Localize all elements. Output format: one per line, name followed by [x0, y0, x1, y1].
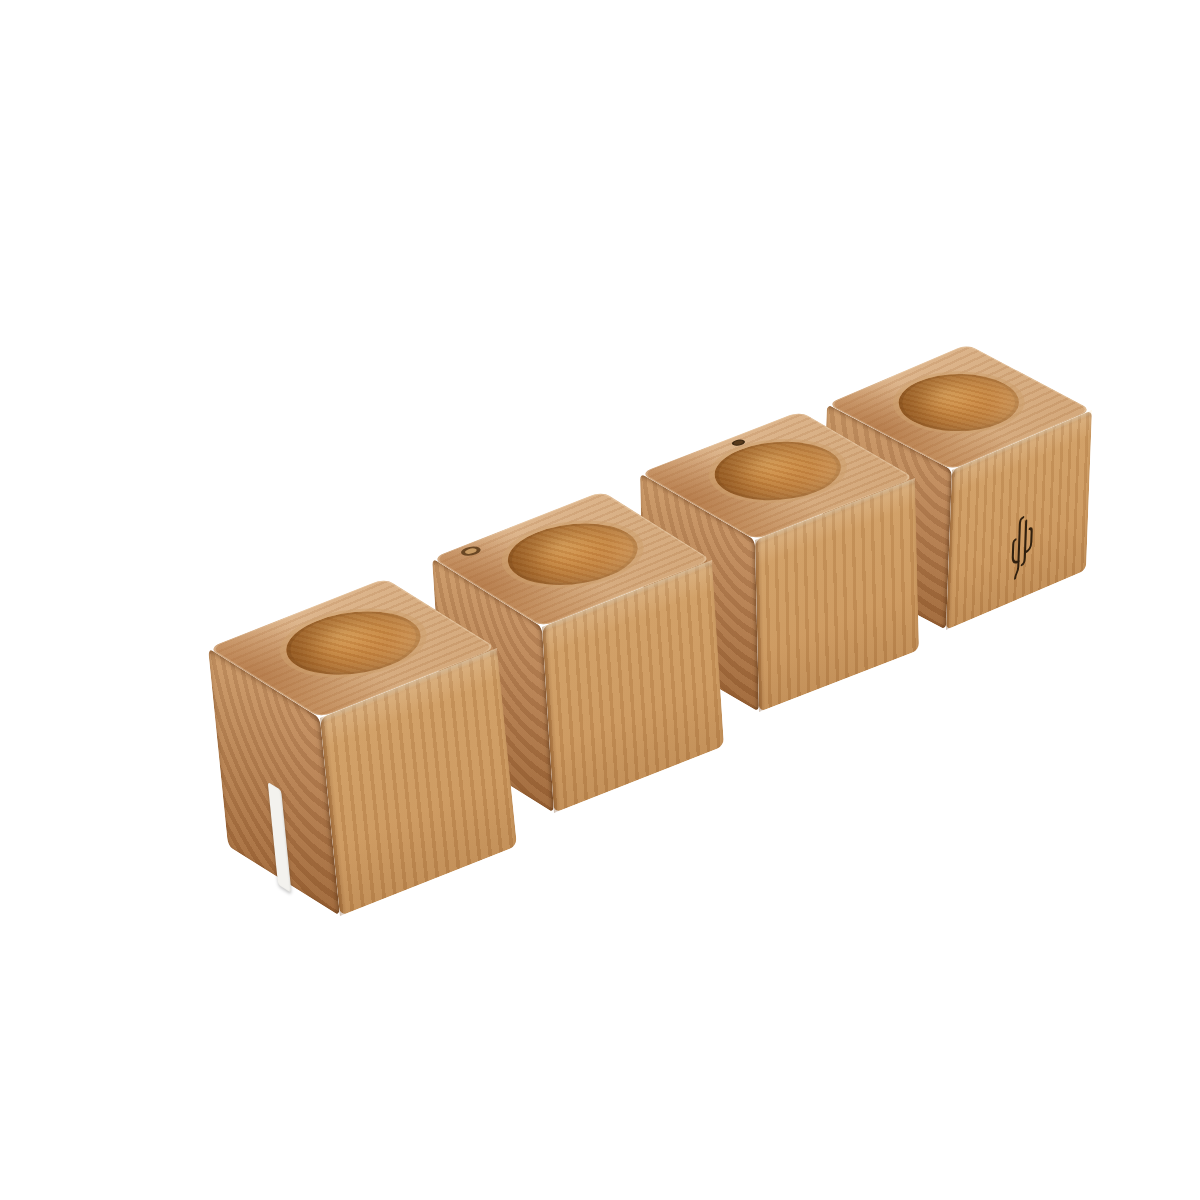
- tealight-recess: [483, 511, 662, 598]
- wood-knot: [729, 438, 747, 446]
- product-photo: Four square oak wood tealight candle hol…: [40, 16, 1200, 1200]
- tealight-recess: [690, 430, 866, 513]
- cactus-logo-icon: [1009, 509, 1034, 591]
- wood-knot: [457, 545, 484, 558]
- white-label-tag: [268, 782, 292, 893]
- tealight-recess: [261, 598, 446, 688]
- tealight-recess: [874, 362, 1044, 443]
- photo-caption: Four square oak wood tealight candle hol…: [40, 16, 41, 17]
